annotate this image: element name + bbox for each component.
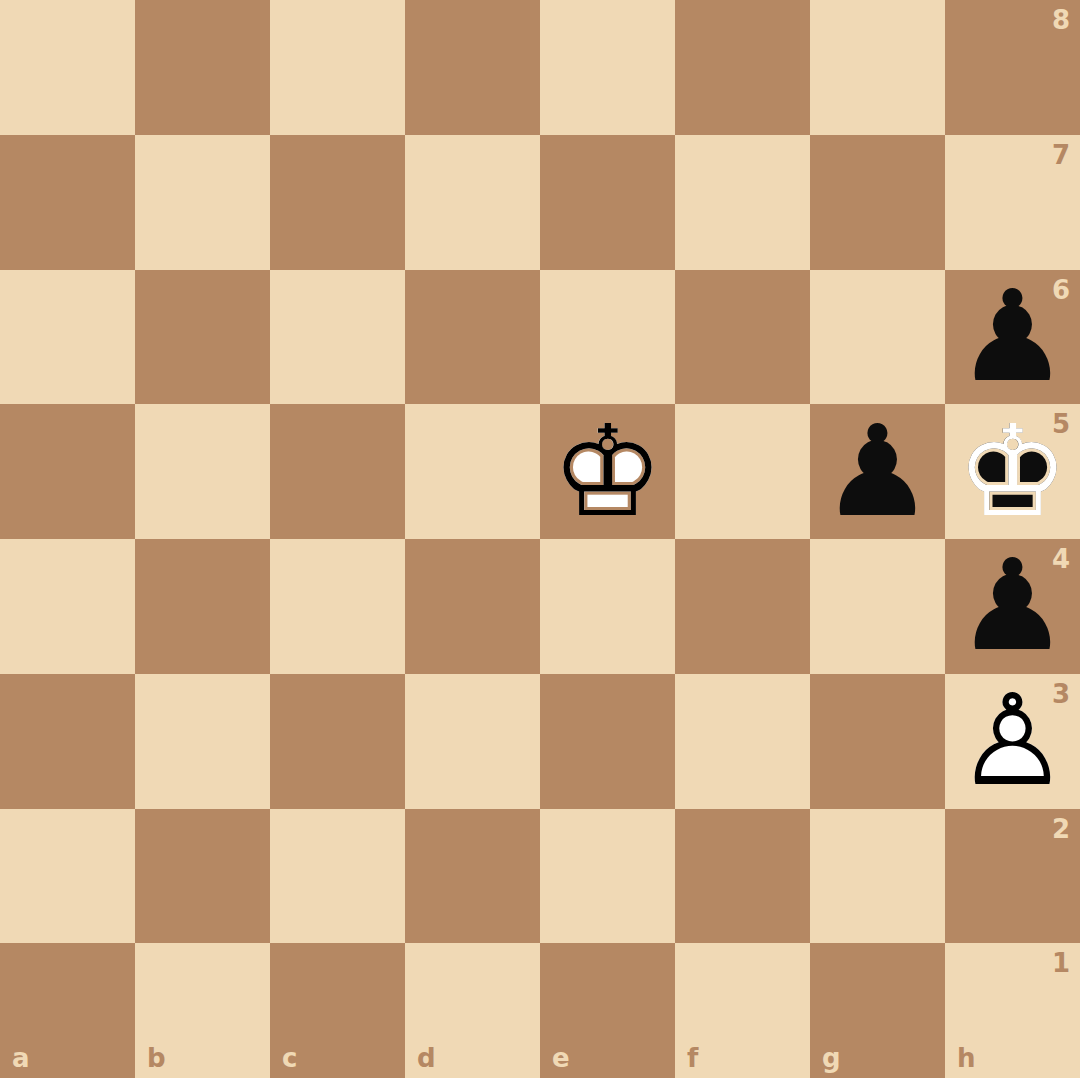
black-pawn[interactable]: ♟: [945, 270, 1080, 405]
square-b6[interactable]: [135, 270, 270, 405]
square-e1[interactable]: e: [540, 943, 675, 1078]
square-g2[interactable]: [810, 809, 945, 944]
square-b7[interactable]: [135, 135, 270, 270]
square-d6[interactable]: [405, 270, 540, 405]
square-g5[interactable]: ♟: [810, 404, 945, 539]
square-b1[interactable]: b: [135, 943, 270, 1078]
square-d2[interactable]: [405, 809, 540, 944]
square-c4[interactable]: [270, 539, 405, 674]
black-pawn-glyph: ♟: [945, 539, 1080, 674]
square-d4[interactable]: [405, 539, 540, 674]
square-b3[interactable]: [135, 674, 270, 809]
square-c7[interactable]: [270, 135, 405, 270]
black-king[interactable]: ♚♔: [945, 404, 1080, 539]
file-label-f: f: [687, 1045, 698, 1071]
square-e7[interactable]: [540, 135, 675, 270]
file-label-b: b: [147, 1045, 166, 1071]
square-b5[interactable]: [135, 404, 270, 539]
file-label-d: d: [417, 1045, 436, 1071]
square-a3[interactable]: [0, 674, 135, 809]
file-label-g: g: [822, 1045, 841, 1071]
square-h7[interactable]: 7: [945, 135, 1080, 270]
black-pawn[interactable]: ♟: [945, 539, 1080, 674]
square-f8[interactable]: [675, 0, 810, 135]
white-king[interactable]: ♚♔: [540, 404, 675, 539]
black-pawn-glyph: ♟: [945, 270, 1080, 405]
square-e8[interactable]: [540, 0, 675, 135]
black-pawn-glyph: ♟: [810, 404, 945, 539]
square-e6[interactable]: [540, 270, 675, 405]
black-pawn[interactable]: ♟: [810, 404, 945, 539]
square-e5[interactable]: ♚♔: [540, 404, 675, 539]
white-pawn-outline: ♙: [945, 674, 1080, 809]
square-a4[interactable]: [0, 539, 135, 674]
rank-label-2: 2: [1052, 816, 1070, 842]
square-f1[interactable]: f: [675, 943, 810, 1078]
square-g1[interactable]: g: [810, 943, 945, 1078]
square-h5[interactable]: 5♚♔: [945, 404, 1080, 539]
square-c6[interactable]: [270, 270, 405, 405]
square-b8[interactable]: [135, 0, 270, 135]
square-a6[interactable]: [0, 270, 135, 405]
square-f7[interactable]: [675, 135, 810, 270]
square-h6[interactable]: 6♟: [945, 270, 1080, 405]
square-g7[interactable]: [810, 135, 945, 270]
square-c8[interactable]: [270, 0, 405, 135]
square-g3[interactable]: [810, 674, 945, 809]
file-label-a: a: [12, 1045, 30, 1071]
square-f2[interactable]: [675, 809, 810, 944]
square-g4[interactable]: [810, 539, 945, 674]
square-f5[interactable]: [675, 404, 810, 539]
square-g6[interactable]: [810, 270, 945, 405]
black-king-outline: ♔: [945, 404, 1080, 539]
rank-label-7: 7: [1052, 142, 1070, 168]
square-b4[interactable]: [135, 539, 270, 674]
square-b2[interactable]: [135, 809, 270, 944]
square-c2[interactable]: [270, 809, 405, 944]
file-label-h: h: [957, 1045, 976, 1071]
square-h2[interactable]: 2: [945, 809, 1080, 944]
square-h8[interactable]: 8: [945, 0, 1080, 135]
square-h1[interactable]: 1h: [945, 943, 1080, 1078]
file-label-c: c: [282, 1045, 297, 1071]
square-h3[interactable]: 3♟♙: [945, 674, 1080, 809]
square-a5[interactable]: [0, 404, 135, 539]
square-e3[interactable]: [540, 674, 675, 809]
square-g8[interactable]: [810, 0, 945, 135]
square-d8[interactable]: [405, 0, 540, 135]
rank-label-8: 8: [1052, 7, 1070, 33]
rank-label-1: 1: [1052, 950, 1070, 976]
white-king-outline: ♔: [540, 404, 675, 539]
square-a2[interactable]: [0, 809, 135, 944]
square-a8[interactable]: [0, 0, 135, 135]
square-f3[interactable]: [675, 674, 810, 809]
square-f4[interactable]: [675, 539, 810, 674]
white-pawn[interactable]: ♟♙: [945, 674, 1080, 809]
square-e2[interactable]: [540, 809, 675, 944]
square-h4[interactable]: 4♟: [945, 539, 1080, 674]
square-c3[interactable]: [270, 674, 405, 809]
square-a7[interactable]: [0, 135, 135, 270]
square-d1[interactable]: d: [405, 943, 540, 1078]
square-a1[interactable]: a: [0, 943, 135, 1078]
square-e4[interactable]: [540, 539, 675, 674]
square-f6[interactable]: [675, 270, 810, 405]
square-d7[interactable]: [405, 135, 540, 270]
chess-board: 876♟♚♔♟5♚♔4♟3♟♙2abcdefg1h: [0, 0, 1080, 1078]
file-label-e: e: [552, 1045, 570, 1071]
square-c5[interactable]: [270, 404, 405, 539]
square-c1[interactable]: c: [270, 943, 405, 1078]
square-d5[interactable]: [405, 404, 540, 539]
square-d3[interactable]: [405, 674, 540, 809]
